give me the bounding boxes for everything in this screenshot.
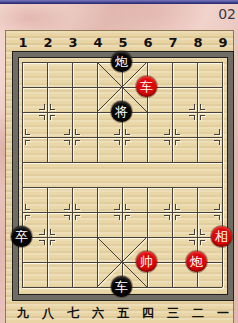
red-cannon[interactable]: 炮: [186, 251, 207, 272]
red-elephant[interactable]: 相: [211, 226, 232, 247]
title-bar: [0, 0, 238, 4]
black-chariot[interactable]: 车: [111, 276, 132, 297]
black-cannon[interactable]: 炮: [111, 51, 132, 72]
red-chariot[interactable]: 车: [136, 76, 157, 97]
pieces-layer: 炮车将卒相帅炮车: [0, 0, 238, 323]
black-general[interactable]: 将: [111, 101, 132, 122]
xiangqi-app: 02 123456789九八七六五四三二一: [0, 0, 238, 323]
red-general[interactable]: 帅: [136, 251, 157, 272]
black-soldier[interactable]: 卒: [11, 226, 32, 247]
